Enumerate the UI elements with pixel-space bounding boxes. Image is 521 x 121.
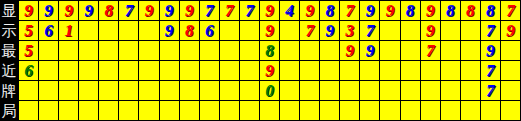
grid-cell-r2c24: 7 [481, 21, 500, 40]
grid-cell-r4c18 [360, 61, 379, 80]
grid-cell-r2c25: 9 [501, 21, 520, 40]
grid-cell-r6c9 [180, 101, 199, 120]
grid-cell-r3c4 [79, 41, 98, 60]
grid-cell-r6c23 [461, 101, 480, 120]
grid-cell-r3c2 [39, 41, 58, 60]
grid-cell-r4c20 [401, 61, 420, 80]
grid-cell-r1c17: 7 [340, 1, 359, 20]
grid-cell-r6c7 [139, 101, 158, 120]
grid-cell-r4c14 [280, 61, 299, 80]
grid-cell-r3c11 [220, 41, 239, 60]
grid-cell-r4c17 [340, 61, 359, 80]
grid-cell-r5c19 [380, 81, 399, 100]
grid-cell-r3c7 [139, 41, 158, 60]
grid-cell-r6c22 [441, 101, 460, 120]
grid-cell-r3c10 [200, 41, 219, 60]
grid-cell-r2c22 [441, 21, 460, 40]
grid-cell-r5c6 [119, 81, 138, 100]
grid-cell-r3c9 [180, 41, 199, 60]
grid-cell-r1c3: 9 [59, 1, 78, 20]
grid-cell-r4c12 [240, 61, 259, 80]
grid-cell-r2c3: 1 [59, 21, 78, 40]
grid-cell-r1c21: 9 [421, 1, 440, 20]
grid-cell-r1c12: 7 [240, 1, 259, 20]
grid-cell-r1c9: 9 [180, 1, 199, 20]
grid-cell-r5c23 [461, 81, 480, 100]
grid-cell-r3c20 [401, 41, 420, 60]
grid-cell-r1c1: 9 [19, 1, 38, 20]
grid-cell-r2c16: 9 [320, 21, 339, 40]
title-char-6: 局 [2, 101, 17, 120]
grid-cell-r2c4 [79, 21, 98, 40]
grid-cell-r2c15: 7 [300, 21, 319, 40]
grid-cell-r1c6: 7 [119, 1, 138, 20]
title-char-4: 近 [2, 61, 17, 80]
grid-cell-r5c21 [421, 81, 440, 100]
grid-cell-r4c23 [461, 61, 480, 80]
grid-cell-r4c8 [160, 61, 179, 80]
grid-cell-r6c6 [119, 101, 138, 120]
grid-cell-r5c4 [79, 81, 98, 100]
grid-cell-r4c3 [59, 61, 78, 80]
title-char-1: 显 [2, 1, 17, 20]
grid-cell-r2c12 [240, 21, 259, 40]
grid-cell-r5c14 [280, 81, 299, 100]
grid-cell-r6c12 [240, 101, 259, 120]
grid-cell-r6c15 [300, 101, 319, 120]
grid-cell-r5c8 [160, 81, 179, 100]
grid-cell-r5c10 [200, 81, 219, 100]
grid-cell-r5c22 [441, 81, 460, 100]
grid-cell-r4c7 [139, 61, 158, 80]
title-char-2: 示 [2, 21, 17, 40]
grid-cell-r2c8: 9 [160, 21, 179, 40]
grid-cell-r5c25 [501, 81, 520, 100]
grid-cell-r4c9 [180, 61, 199, 80]
grid-cell-r1c2: 9 [39, 1, 58, 20]
grid-cell-r1c18: 9 [360, 1, 379, 20]
grid-cell-r2c18: 7 [360, 21, 379, 40]
grid-cell-r1c7: 9 [139, 1, 158, 20]
grid-cell-r1c24: 8 [481, 1, 500, 20]
grid-cell-r1c15: 9 [300, 1, 319, 20]
title-char-5: 牌 [2, 81, 17, 100]
grid-cell-r4c5 [99, 61, 118, 80]
grid-cell-r2c9: 8 [180, 21, 199, 40]
grid-cell-r5c18 [360, 81, 379, 100]
grid-cell-r1c25: 7 [501, 1, 520, 20]
grid-cell-r2c13: 9 [260, 21, 279, 40]
grid-cell-r4c15 [300, 61, 319, 80]
grid-cell-r6c18 [360, 101, 379, 120]
grid-cell-r6c2 [39, 101, 58, 120]
grid-cell-r1c22: 8 [441, 1, 460, 20]
grid-cell-r1c23: 8 [461, 1, 480, 20]
grid-cell-r2c20 [401, 21, 420, 40]
grid-cell-r3c23 [461, 41, 480, 60]
grid-cell-r1c10: 7 [200, 1, 219, 20]
grid-cell-r6c25 [501, 101, 520, 120]
grid-cell-r2c2: 6 [39, 21, 58, 40]
grid-cell-r4c11 [220, 61, 239, 80]
grid-cell-r1c5: 8 [99, 1, 118, 20]
grid-cell-r6c16 [320, 101, 339, 120]
vertical-title: 显 示 最 近 牌 局 [0, 0, 18, 121]
grid-cell-r3c3 [59, 41, 78, 60]
grid-cell-r2c1: 5 [19, 21, 38, 40]
grid-cell-r3c13: 8 [260, 41, 279, 60]
grid-cell-r5c11 [220, 81, 239, 100]
grid-cell-r4c10 [200, 61, 219, 80]
grid-cell-r1c19: 9 [380, 1, 399, 20]
grid-cell-r4c2 [39, 61, 58, 80]
grid-cell-r5c2 [39, 81, 58, 100]
grid-cell-r3c12 [240, 41, 259, 60]
grid-cell-r5c3 [59, 81, 78, 100]
results-grid: 9999879997779498799898887561986979379795… [18, 0, 521, 121]
grid-cell-r6c8 [160, 101, 179, 120]
grid-cell-r6c4 [79, 101, 98, 120]
grid-cell-r5c24: 7 [481, 81, 500, 100]
grid-cell-r6c1 [19, 101, 38, 120]
recent-games-panel: 显 示 最 近 牌 局 9999879997779498799898887561… [0, 0, 521, 121]
grid-cell-r3c8 [160, 41, 179, 60]
grid-cell-r3c5 [99, 41, 118, 60]
grid-cell-r4c19 [380, 61, 399, 80]
grid-cell-r6c3 [59, 101, 78, 120]
grid-cell-r3c17: 9 [340, 41, 359, 60]
grid-cell-r2c11 [220, 21, 239, 40]
grid-cell-r4c6 [119, 61, 138, 80]
grid-cell-r6c20 [401, 101, 420, 120]
grid-cell-r3c24: 9 [481, 41, 500, 60]
grid-cell-r5c15 [300, 81, 319, 100]
grid-cell-r6c14 [280, 101, 299, 120]
grid-cell-r6c13 [260, 101, 279, 120]
grid-cell-r1c11: 7 [220, 1, 239, 20]
grid-cell-r2c10: 6 [200, 21, 219, 40]
grid-cell-r1c13: 9 [260, 1, 279, 20]
grid-cell-r5c1 [19, 81, 38, 100]
grid-cell-r5c7 [139, 81, 158, 100]
grid-cell-r3c25 [501, 41, 520, 60]
grid-cell-r1c4: 9 [79, 1, 98, 20]
grid-cell-r5c16 [320, 81, 339, 100]
grid-cell-r6c24 [481, 101, 500, 120]
grid-cell-r2c7 [139, 21, 158, 40]
grid-cell-r3c14 [280, 41, 299, 60]
grid-cell-r2c19 [380, 21, 399, 40]
grid-cell-r3c19 [380, 41, 399, 60]
grid-cell-r5c20 [401, 81, 420, 100]
grid-cell-r4c1: 6 [19, 61, 38, 80]
grid-cell-r6c19 [380, 101, 399, 120]
grid-cell-r2c23 [461, 21, 480, 40]
grid-cell-r5c9 [180, 81, 199, 100]
grid-cell-r5c13: 0 [260, 81, 279, 100]
grid-cell-r1c20: 8 [401, 1, 420, 20]
grid-cell-r1c14: 4 [280, 1, 299, 20]
grid-cell-r2c14 [280, 21, 299, 40]
grid-cell-r6c10 [200, 101, 219, 120]
grid-cell-r3c15 [300, 41, 319, 60]
grid-cell-r4c16 [320, 61, 339, 80]
grid-cell-r3c21: 7 [421, 41, 440, 60]
title-char-3: 最 [2, 41, 17, 60]
grid-cell-r4c24: 7 [481, 61, 500, 80]
grid-cell-r2c6 [119, 21, 138, 40]
grid-cell-r2c21: 9 [421, 21, 440, 40]
grid-cell-r3c1: 5 [19, 41, 38, 60]
grid-cell-r6c17 [340, 101, 359, 120]
grid-cell-r6c11 [220, 101, 239, 120]
grid-cell-r3c6 [119, 41, 138, 60]
grid-cell-r2c17: 3 [340, 21, 359, 40]
grid-cell-r5c12 [240, 81, 259, 100]
grid-cell-r1c16: 8 [320, 1, 339, 20]
grid-cell-r6c21 [421, 101, 440, 120]
grid-cell-r6c5 [99, 101, 118, 120]
grid-cell-r4c13: 9 [260, 61, 279, 80]
grid-cell-r3c16 [320, 41, 339, 60]
grid-cell-r4c22 [441, 61, 460, 80]
grid-cell-r1c8: 9 [160, 1, 179, 20]
grid-cell-r4c21 [421, 61, 440, 80]
grid-cell-r2c5 [99, 21, 118, 40]
grid-cell-r4c25 [501, 61, 520, 80]
grid-cell-r3c22 [441, 41, 460, 60]
grid-cell-r3c18: 9 [360, 41, 379, 60]
grid-cell-r4c4 [79, 61, 98, 80]
grid-cell-r5c5 [99, 81, 118, 100]
grid-cell-r5c17 [340, 81, 359, 100]
